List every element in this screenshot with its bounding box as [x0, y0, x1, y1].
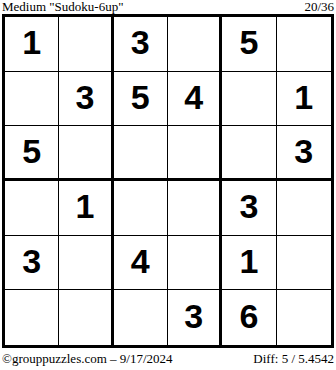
- copyright-credit: ©grouppuzzles.com – 9/17/2024: [2, 352, 173, 366]
- cell-r3c2[interactable]: [59, 126, 113, 181]
- cell-r1c6[interactable]: [277, 17, 331, 72]
- cell-r4c5[interactable]: 3: [222, 181, 276, 236]
- puzzle-title: Medium "Sudoku-6up": [2, 0, 123, 13]
- cell-r3c6[interactable]: 3: [277, 126, 331, 181]
- cell-r5c1[interactable]: 3: [5, 236, 59, 291]
- cell-r4c1[interactable]: [5, 181, 59, 236]
- cell-r6c6[interactable]: [277, 290, 331, 345]
- cell-r3c1[interactable]: 5: [5, 126, 59, 181]
- cell-r4c2[interactable]: 1: [59, 181, 113, 236]
- cell-r3c5[interactable]: [222, 126, 276, 181]
- cell-r2c3[interactable]: 5: [114, 72, 168, 127]
- cell-r4c4[interactable]: [168, 181, 222, 236]
- cell-r2c5[interactable]: [222, 72, 276, 127]
- cell-r2c1[interactable]: [5, 72, 59, 127]
- cell-r4c3[interactable]: [114, 181, 168, 236]
- empty-cell-counter: 20/36: [304, 0, 334, 13]
- cell-r5c2[interactable]: [59, 236, 113, 291]
- cell-r1c5[interactable]: 5: [222, 17, 276, 72]
- footer: ©grouppuzzles.com – 9/17/2024 Diff: 5 / …: [2, 351, 334, 366]
- cell-r1c4[interactable]: [168, 17, 222, 72]
- cell-r6c5[interactable]: 6: [222, 290, 276, 345]
- cell-r2c2[interactable]: 3: [59, 72, 113, 127]
- cell-r5c6[interactable]: [277, 236, 331, 291]
- cell-r3c4[interactable]: [168, 126, 222, 181]
- header: Medium "Sudoku-6up" 20/36: [2, 0, 334, 13]
- sudoku-grid: 1353541531334136: [2, 14, 334, 348]
- puzzle-page: Medium "Sudoku-6up" 20/36 13535415313341…: [0, 0, 336, 370]
- cell-r5c4[interactable]: [168, 236, 222, 291]
- cell-r1c2[interactable]: [59, 17, 113, 72]
- cell-r6c2[interactable]: [59, 290, 113, 345]
- cell-r4c6[interactable]: [277, 181, 331, 236]
- cell-r1c3[interactable]: 3: [114, 17, 168, 72]
- cell-r5c5[interactable]: 1: [222, 236, 276, 291]
- cell-r6c1[interactable]: [5, 290, 59, 345]
- cell-r6c4[interactable]: 3: [168, 290, 222, 345]
- cell-r1c1[interactable]: 1: [5, 17, 59, 72]
- difficulty-rating: Diff: 5 / 5.4542: [253, 352, 334, 366]
- cell-r2c6[interactable]: 1: [277, 72, 331, 127]
- cell-r5c3[interactable]: 4: [114, 236, 168, 291]
- cell-r3c3[interactable]: [114, 126, 168, 181]
- cell-r2c4[interactable]: 4: [168, 72, 222, 127]
- cell-r6c3[interactable]: [114, 290, 168, 345]
